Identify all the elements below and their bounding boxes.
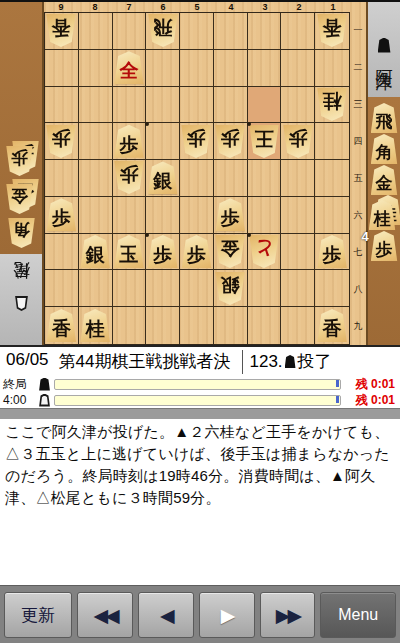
shogi-app: 歩歩金金角 松尾 987654321 香飛香全桂歩歩歩歩王歩歩銀歩歩銀玉歩歩金と… <box>0 0 400 643</box>
square-1-2[interactable] <box>315 50 349 87</box>
sente-piece-歩[interactable]: 歩 <box>181 235 211 268</box>
sente-hand-角[interactable]: 角 <box>371 134 398 164</box>
square-9-3[interactable] <box>45 87 79 124</box>
square-2-4[interactable]: 歩 <box>281 123 315 160</box>
square-3-2[interactable] <box>248 50 282 87</box>
square-4-1[interactable] <box>214 13 248 50</box>
board-grid: 香飛香全桂歩歩歩歩王歩歩銀歩歩銀玉歩歩金と歩銀香桂香 <box>44 12 350 345</box>
piece-kanji: 桂 <box>323 88 342 115</box>
square-1-1[interactable]: 香 <box>315 13 349 50</box>
file-label-1: 1 <box>316 2 350 12</box>
square-9-9[interactable]: 香 <box>45 307 79 344</box>
sente-clock-icon <box>39 378 50 391</box>
forward-to-end-button[interactable]: ▶▶ <box>260 592 316 638</box>
square-7-8[interactable] <box>113 270 147 307</box>
piece-kanji: 金 <box>376 171 393 195</box>
square-7-1[interactable] <box>113 13 147 50</box>
sente-time-tick <box>336 380 339 387</box>
square-2-3[interactable] <box>281 87 315 124</box>
info-divider <box>242 350 243 374</box>
square-9-6[interactable]: 歩 <box>45 197 79 234</box>
gote-piece-香[interactable]: 香 <box>317 14 347 47</box>
sente-piece-角[interactable]: 角 <box>371 134 398 164</box>
square-5-5[interactable] <box>180 160 214 197</box>
square-2-6[interactable] <box>281 197 315 234</box>
piece-kanji: 歩 <box>52 204 71 231</box>
last-move: 123. 投了 <box>249 350 331 373</box>
square-7-6[interactable] <box>113 197 147 234</box>
menu-button[interactable]: Menu <box>320 592 396 638</box>
sente-piece-歩[interactable]: 歩 <box>148 235 178 268</box>
rewind-to-start-button[interactable]: ◀◀ <box>77 592 133 638</box>
square-4-8[interactable]: 銀 <box>214 270 248 307</box>
rank-label-8: 八 <box>350 271 366 308</box>
square-9-2[interactable] <box>45 50 79 87</box>
move-number: 123. <box>249 352 282 372</box>
square-4-6[interactable]: 歩 <box>214 197 248 234</box>
piece-kanji: 香 <box>323 14 342 41</box>
sente-player-name: 阿久津 <box>376 56 393 62</box>
piece-kanji: 全 <box>119 57 138 84</box>
square-6-1[interactable]: 飛 <box>146 13 180 50</box>
piece-kanji: 歩 <box>153 241 172 268</box>
gote-piece-icon <box>15 296 28 311</box>
piece-kanji: 桂 <box>86 315 105 342</box>
bottom-toolbar: 更新 ◀◀ ◀ ▶ ▶▶ Menu <box>0 585 400 643</box>
sente-hand-歩[interactable]: 歩4 <box>371 231 398 261</box>
gote-piece-金[interactable]: 金 <box>215 235 245 268</box>
square-3-7[interactable]: と <box>248 234 282 271</box>
square-5-3[interactable] <box>180 87 214 124</box>
square-2-7[interactable] <box>281 234 315 271</box>
square-8-8[interactable] <box>79 270 113 307</box>
square-8-6[interactable] <box>79 197 113 234</box>
rank-label-1: 一 <box>350 12 366 49</box>
piece-kanji: 歩 <box>376 237 393 261</box>
piece-kanji: 銀 <box>86 241 105 268</box>
gote-hand-歩[interactable]: 歩歩 <box>6 142 37 176</box>
square-4-4[interactable]: 歩 <box>214 123 248 160</box>
hoshi-dot <box>247 233 251 237</box>
piece-kanji: 飛 <box>376 109 393 133</box>
square-3-1[interactable] <box>248 13 282 50</box>
rank-label-2: 二 <box>350 49 366 86</box>
square-9-8[interactable] <box>45 270 79 307</box>
sente-captured-tray: 飛角金桂桂歩4 <box>366 97 400 345</box>
gote-piece-飛[interactable]: 飛 <box>148 14 178 47</box>
square-1-9[interactable]: 香 <box>315 307 349 344</box>
rank-label-4: 四 <box>350 123 366 160</box>
square-2-8[interactable] <box>281 270 315 307</box>
sente-piece-飛[interactable]: 飛 <box>371 103 398 133</box>
square-1-6[interactable] <box>315 197 349 234</box>
gote-time-bar <box>54 395 341 406</box>
gote-player-box: 松尾 <box>0 254 44 345</box>
hoshi-dot <box>247 122 251 126</box>
square-4-9[interactable] <box>214 307 248 344</box>
file-label-8: 8 <box>78 2 112 12</box>
file-label-9: 9 <box>44 2 78 12</box>
piece-kanji: 歩 <box>187 125 206 152</box>
piece-kanji: 金 <box>221 235 240 262</box>
sente-piece-歩[interactable]: 歩 <box>371 231 398 261</box>
square-9-1[interactable]: 香 <box>45 13 79 50</box>
gote-piece-歩[interactable]: 歩 <box>181 125 211 158</box>
gote-piece-歩[interactable]: 歩 <box>283 125 313 158</box>
hoshi-dot <box>145 122 149 126</box>
file-label-2: 2 <box>282 2 316 12</box>
square-6-7[interactable]: 歩 <box>146 234 180 271</box>
gote-piece-角[interactable]: 角 <box>8 218 35 248</box>
square-8-4[interactable] <box>79 123 113 160</box>
piece-kanji: 銀 <box>221 272 240 299</box>
gote-piece-香[interactable]: 香 <box>46 14 76 47</box>
square-6-2[interactable] <box>146 50 180 87</box>
square-6-4[interactable] <box>146 123 180 160</box>
square-7-5[interactable]: 歩 <box>113 160 147 197</box>
piece-kanji: 角 <box>376 140 393 164</box>
square-6-6[interactable] <box>146 197 180 234</box>
square-5-6[interactable] <box>180 197 214 234</box>
file-label-4: 4 <box>214 2 248 12</box>
sente-piece-歩[interactable]: 歩 <box>114 125 144 158</box>
square-3-6[interactable] <box>248 197 282 234</box>
square-1-8[interactable] <box>315 270 349 307</box>
sente-hand-桂[interactable]: 桂桂 <box>369 196 400 230</box>
square-6-3[interactable] <box>146 87 180 124</box>
sente-player-box: 阿久津 <box>366 2 400 97</box>
square-8-2[interactable] <box>79 50 113 87</box>
square-4-5[interactable] <box>214 160 248 197</box>
gote-piece-銀[interactable]: 銀 <box>215 272 245 305</box>
square-3-4[interactable]: 王 <box>248 123 282 160</box>
move-text: 投了 <box>298 350 332 373</box>
square-1-7[interactable]: 歩 <box>315 234 349 271</box>
square-8-5[interactable] <box>79 160 113 197</box>
commentary-text[interactable]: ここで阿久津が投げた。▲２六桂など王手をかけても、△３五玉と上に逃げていけば、後… <box>0 419 400 585</box>
square-5-2[interactable] <box>180 50 214 87</box>
file-labels: 987654321 <box>44 2 350 12</box>
square-2-9[interactable] <box>281 307 315 344</box>
square-7-2[interactable]: 全 <box>113 50 147 87</box>
gote-clock-label: 4:00 <box>3 393 35 407</box>
gote-piece-桂[interactable]: 桂 <box>317 88 347 121</box>
piece-kanji: 歩 <box>119 161 138 188</box>
file-label-6: 6 <box>146 2 180 12</box>
square-3-8[interactable] <box>248 270 282 307</box>
rank-labels: 一二三四五六七八九 <box>350 12 366 345</box>
piece-kanji: 角 <box>13 218 30 242</box>
square-6-5[interactable]: 銀 <box>146 160 180 197</box>
square-2-2[interactable] <box>281 50 315 87</box>
gote-remaining-time: 残 0:01 <box>345 392 397 409</box>
square-7-9[interactable] <box>113 307 147 344</box>
square-9-4[interactable]: 歩 <box>45 123 79 160</box>
gote-piece-と[interactable]: と <box>249 235 279 268</box>
right-panel: 阿久津 飛角金桂桂歩4 <box>366 2 400 345</box>
square-7-3[interactable] <box>113 87 147 124</box>
rank-label-3: 三 <box>350 86 366 123</box>
sente-piece-桂[interactable]: 桂 <box>369 200 396 230</box>
file-label-7: 7 <box>112 2 146 12</box>
piece-kanji: 香 <box>323 315 342 342</box>
square-7-4[interactable]: 歩 <box>113 123 147 160</box>
sente-piece-icon <box>378 38 391 53</box>
gote-hand-金[interactable]: 金金 <box>6 180 37 214</box>
square-1-3[interactable]: 桂 <box>315 87 349 124</box>
gote-piece-歩[interactable]: 歩 <box>114 161 144 194</box>
gote-piece-金[interactable]: 金 <box>6 184 33 214</box>
game-date: 06/05 <box>6 350 49 373</box>
update-button[interactable]: 更新 <box>4 592 72 638</box>
sente-time-bar <box>54 379 341 390</box>
piece-kanji: 歩 <box>323 241 342 268</box>
sente-clock-label: 終局 <box>3 376 35 393</box>
piece-kanji: 歩 <box>221 204 240 231</box>
sente-piece-歩[interactable]: 歩 <box>46 198 76 231</box>
square-6-9[interactable] <box>146 307 180 344</box>
sente-remaining-time: 残 0:01 <box>345 376 397 393</box>
file-label-5: 5 <box>180 2 214 12</box>
piece-kanji: 香 <box>52 315 71 342</box>
rank-label-5: 五 <box>350 160 366 197</box>
sente-piece-全[interactable]: 全 <box>114 51 144 84</box>
square-9-7[interactable] <box>45 234 79 271</box>
sente-piece-玉[interactable]: 玉 <box>114 235 144 268</box>
game-info-bar: 06/05 第44期棋王戦挑戦者決 123. 投了 <box>0 345 400 376</box>
step-back-button[interactable]: ◀ <box>138 592 194 638</box>
piece-kanji: 桂 <box>374 206 391 230</box>
piece-kanji: 歩 <box>187 241 206 268</box>
gote-hand-角[interactable]: 角 <box>8 218 35 248</box>
sente-piece-銀[interactable]: 銀 <box>80 235 110 268</box>
square-5-1[interactable] <box>180 13 214 50</box>
square-4-7[interactable]: 金 <box>214 234 248 271</box>
square-8-9[interactable]: 桂 <box>79 307 113 344</box>
hoshi-dot <box>145 233 149 237</box>
sente-move-icon <box>285 355 296 368</box>
piece-kanji: 歩 <box>221 125 240 152</box>
square-6-8[interactable] <box>146 270 180 307</box>
gote-player-rotated: 松尾 <box>13 289 30 311</box>
square-2-5[interactable] <box>281 160 315 197</box>
piece-kanji: 歩 <box>119 131 138 158</box>
piece-kanji: 歩 <box>11 146 28 170</box>
square-3-5[interactable] <box>248 160 282 197</box>
piece-kanji: と <box>254 235 273 262</box>
gote-clock-icon <box>39 394 50 407</box>
gote-captured-tray: 歩歩金金角 <box>0 2 44 254</box>
piece-kanji: 玉 <box>119 241 138 268</box>
gote-piece-歩[interactable]: 歩 <box>46 125 76 158</box>
square-5-8[interactable] <box>180 270 214 307</box>
square-5-4[interactable]: 歩 <box>180 123 214 160</box>
left-panel: 歩歩金金角 松尾 <box>0 2 44 345</box>
sente-piece-歩[interactable]: 歩 <box>215 198 245 231</box>
square-3-3[interactable] <box>248 87 282 124</box>
step-forward-button[interactable]: ▶ <box>199 592 255 638</box>
piece-kanji: 歩 <box>288 125 307 152</box>
event-name: 第44期棋王戦挑戦者決 <box>59 350 231 373</box>
gote-player-name: 松尾 <box>13 289 30 293</box>
square-5-7[interactable]: 歩 <box>180 234 214 271</box>
sente-piece-香[interactable]: 香 <box>317 309 347 342</box>
gote-time-tick <box>336 396 339 403</box>
square-1-4[interactable] <box>315 123 349 160</box>
board: 987654321 香飛香全桂歩歩歩歩王歩歩銀歩歩銀玉歩歩金と歩銀香桂香 一二三… <box>44 2 366 345</box>
piece-kanji: 金 <box>11 184 28 208</box>
square-7-7[interactable]: 玉 <box>113 234 147 271</box>
square-1-5[interactable] <box>315 160 349 197</box>
square-4-3[interactable] <box>214 87 248 124</box>
piece-kanji: 香 <box>52 14 71 41</box>
piece-kanji: 飛 <box>153 14 172 41</box>
gote-piece-王[interactable]: 王 <box>249 125 279 158</box>
gote-piece-歩[interactable]: 歩 <box>6 146 33 176</box>
piece-kanji: 王 <box>255 125 274 152</box>
square-4-2[interactable] <box>214 50 248 87</box>
square-3-9[interactable] <box>248 307 282 344</box>
file-label-3: 3 <box>248 2 282 12</box>
sente-piece-桂[interactable]: 桂 <box>80 309 110 342</box>
sente-hand-飛[interactable]: 飛 <box>371 103 398 133</box>
sente-piece-銀[interactable]: 銀 <box>148 161 178 194</box>
sente-clock-row: 終局 残 0:01 <box>0 377 400 391</box>
sente-piece-香[interactable]: 香 <box>46 309 76 342</box>
gote-clock-row: 4:00 残 0:01 <box>0 393 400 407</box>
piece-kanji: 銀 <box>153 167 172 194</box>
piece-kanji: 歩 <box>52 125 71 152</box>
square-8-3[interactable] <box>79 87 113 124</box>
square-8-1[interactable] <box>79 13 113 50</box>
square-9-5[interactable] <box>45 160 79 197</box>
square-5-9[interactable] <box>180 307 214 344</box>
square-8-7[interactable]: 銀 <box>79 234 113 271</box>
sente-hand-金[interactable]: 金 <box>371 165 398 195</box>
board-area: 歩歩金金角 松尾 987654321 香飛香全桂歩歩歩歩王歩歩銀歩歩銀玉歩歩金と… <box>0 2 400 345</box>
separator-band <box>0 408 400 419</box>
sente-hand-歩-count: 4 <box>362 229 369 244</box>
gote-piece-歩[interactable]: 歩 <box>215 125 245 158</box>
clock-panel: 終局 残 0:01 4:00 残 0:01 <box>0 376 400 408</box>
sente-piece-金[interactable]: 金 <box>371 165 398 195</box>
sente-piece-歩[interactable]: 歩 <box>317 235 347 268</box>
rank-label-9: 九 <box>350 308 366 345</box>
square-2-1[interactable] <box>281 13 315 50</box>
